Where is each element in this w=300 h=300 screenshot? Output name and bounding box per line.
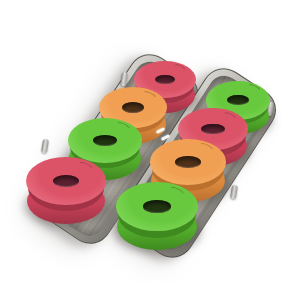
metal-pin bbox=[230, 185, 238, 200]
winder-hole bbox=[93, 135, 117, 146]
metal-pin bbox=[41, 139, 49, 154]
winder-hole bbox=[201, 124, 224, 135]
winder-hole bbox=[122, 102, 144, 113]
winder-green-right-4 bbox=[116, 182, 198, 253]
winder-hole bbox=[227, 95, 248, 105]
winder-hole bbox=[143, 200, 170, 213]
photo-scene bbox=[0, 0, 300, 300]
winder-hole bbox=[175, 156, 200, 168]
winder-pink-left-4 bbox=[26, 157, 106, 226]
